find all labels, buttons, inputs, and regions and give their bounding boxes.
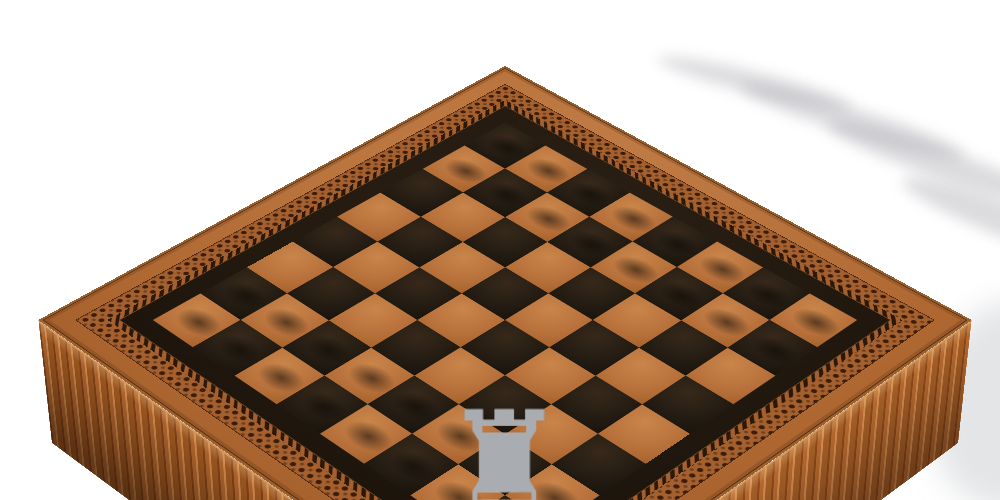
black-border-band: ♜♞♝♛♚♝♞♜♟♟♟♟♟♟♟♟♟♟♟♟♟♟♟♟♜♞♝♛♚♝♞♜ bbox=[119, 106, 891, 500]
piece-pewter-R-h8[interactable]: ♜ bbox=[441, 393, 567, 500]
piece-brass-P-h2[interactable]: ♟ bbox=[725, 250, 819, 354]
square-h8[interactable]: ♜ bbox=[457, 495, 553, 500]
chess-set-photo: ♜♞♝♛♚♝♞♜♟♟♟♟♟♟♟♟♟♟♟♟♟♟♟♟♜♞♝♛♚♝♞♜ bbox=[0, 0, 1000, 500]
serrated-stitch-border: ♜♞♝♛♚♝♞♜♟♟♟♟♟♟♟♟♟♟♟♟♟♟♟♟♜♞♝♛♚♝♞♜ bbox=[108, 100, 903, 500]
chessboard: ♜♞♝♛♚♝♞♜♟♟♟♟♟♟♟♟♟♟♟♟♟♟♟♟♜♞♝♛♚♝♞♜ bbox=[153, 123, 857, 500]
